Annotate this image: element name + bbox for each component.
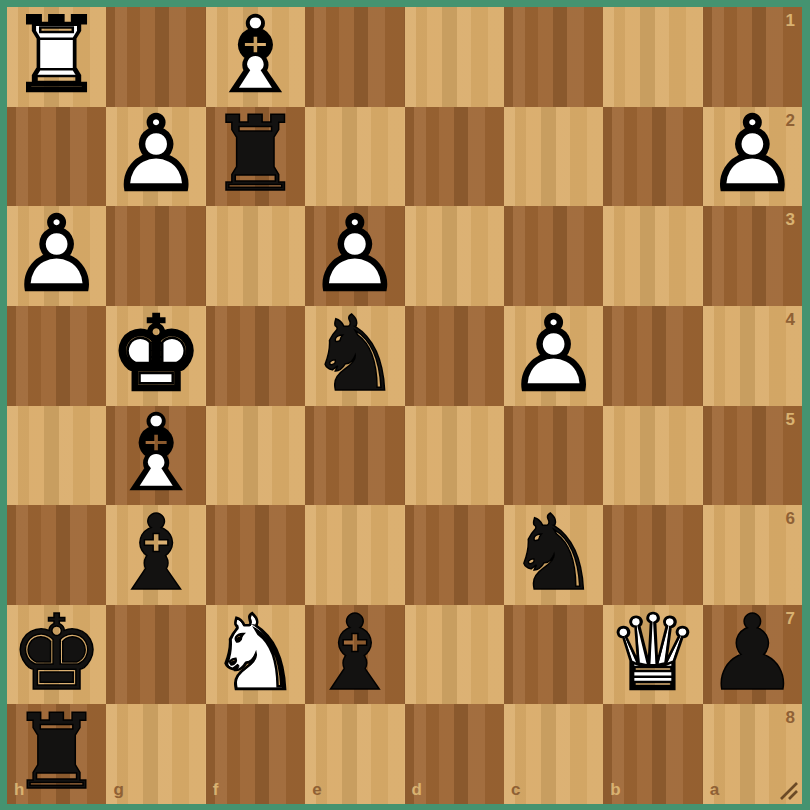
black-bishop-icon: ♝ [106,505,205,603]
file-label-d: d [412,780,422,800]
square-e5[interactable] [305,406,404,506]
square-e2[interactable] [305,107,404,207]
square-g2[interactable]: ♟♙ [106,107,205,207]
piece-black-bishop-e7[interactable]: ♝ [305,605,404,705]
square-b4[interactable] [603,306,702,406]
square-b7[interactable]: ♛♕ [603,605,702,705]
piece-white-knight-f7[interactable]: ♞♘ [206,605,305,705]
white-knight-outline-icon: ♘ [206,605,305,703]
square-a2[interactable]: ♟♙2 [703,107,802,207]
square-e8[interactable]: e [305,704,404,804]
square-h3[interactable]: ♟♙ [7,206,106,306]
square-h6[interactable] [7,505,106,605]
white-pawn-outline-icon: ♙ [106,107,205,205]
white-pawn-outline-icon: ♙ [703,107,802,205]
resize-handle-icon[interactable] [777,779,799,801]
rank-label-1: 1 [786,11,795,31]
square-e3[interactable]: ♟♙ [305,206,404,306]
black-knight-icon: ♞ [305,306,404,404]
square-f2[interactable]: ♜ [206,107,305,207]
rank-label-6: 6 [786,509,795,529]
piece-white-pawn-a2[interactable]: ♟♙ [703,107,802,207]
square-d1[interactable] [405,7,504,107]
white-pawn-icon: ♟ [106,107,205,205]
white-pawn-outline-icon: ♙ [7,206,106,304]
rank-label-5: 5 [786,410,795,430]
rank-label-4: 4 [786,310,795,330]
white-knight-icon: ♞ [206,605,305,703]
file-label-a: a [710,780,719,800]
piece-white-bishop-g5[interactable]: ♝♗ [106,406,205,506]
white-queen-outline-icon: ♕ [603,605,702,703]
square-g8[interactable]: g [106,704,205,804]
square-b5[interactable] [603,406,702,506]
white-king-icon: ♚ [106,306,205,404]
black-pawn-icon: ♟ [703,605,802,703]
piece-white-bishop-f1[interactable]: ♝♗ [206,7,305,107]
square-e1[interactable] [305,7,404,107]
white-pawn-icon: ♟ [7,206,106,304]
piece-white-queen-b7[interactable]: ♛♕ [603,605,702,705]
square-d8[interactable]: d [405,704,504,804]
white-bishop-outline-icon: ♗ [206,7,305,105]
square-f7[interactable]: ♞♘ [206,605,305,705]
board-frame: ♜♖♝♗1♟♙♜♟♙2♟♙♟♙3♚♔♞♟♙4♝♗5♝♞6♚♞♘♝♛♕♟7♜hgf… [0,0,810,810]
square-b2[interactable] [603,107,702,207]
file-label-f: f [213,780,219,800]
square-h4[interactable] [7,306,106,406]
square-b3[interactable] [603,206,702,306]
square-a6[interactable]: 6 [703,505,802,605]
square-g7[interactable] [106,605,205,705]
square-h5[interactable] [7,406,106,506]
square-c2[interactable] [504,107,603,207]
square-a1[interactable]: 1 [703,7,802,107]
square-g6[interactable]: ♝ [106,505,205,605]
piece-white-pawn-g2[interactable]: ♟♙ [106,107,205,207]
square-f6[interactable] [206,505,305,605]
white-pawn-icon: ♟ [305,206,404,304]
white-king-outline-icon: ♔ [106,306,205,404]
black-bishop-icon: ♝ [305,605,404,703]
square-c1[interactable] [504,7,603,107]
piece-white-king-g4[interactable]: ♚♔ [106,306,205,406]
square-c4[interactable]: ♟♙ [504,306,603,406]
square-d3[interactable] [405,206,504,306]
file-label-c: c [511,780,520,800]
square-a5[interactable]: 5 [703,406,802,506]
black-knight-icon: ♞ [504,505,603,603]
white-bishop-outline-icon: ♗ [106,406,205,504]
square-a4[interactable]: 4 [703,306,802,406]
rank-label-3: 3 [786,210,795,230]
square-f4[interactable] [206,306,305,406]
square-f5[interactable] [206,406,305,506]
board: ♜♖♝♗1♟♙♜♟♙2♟♙♟♙3♚♔♞♟♙4♝♗5♝♞6♚♞♘♝♛♕♟7♜hgf… [7,7,802,804]
file-label-e: e [312,780,321,800]
piece-black-knight-c6[interactable]: ♞ [504,505,603,605]
square-d6[interactable] [405,505,504,605]
black-rook-icon: ♜ [206,107,305,205]
black-rook-icon: ♜ [7,704,106,802]
square-g5[interactable]: ♝♗ [106,406,205,506]
white-pawn-icon: ♟ [703,107,802,205]
square-c8[interactable]: c [504,704,603,804]
square-g1[interactable] [106,7,205,107]
rank-label-8: 8 [786,708,795,728]
square-a8[interactable]: a8 [703,704,802,804]
piece-black-rook-f2[interactable]: ♜ [206,107,305,207]
square-f8[interactable]: f [206,704,305,804]
piece-black-knight-e4[interactable]: ♞ [305,306,404,406]
black-king-icon: ♚ [7,605,106,703]
square-h2[interactable] [7,107,106,207]
square-d7[interactable] [405,605,504,705]
square-d2[interactable] [405,107,504,207]
piece-white-rook-h1[interactable]: ♜♖ [7,7,106,107]
square-d4[interactable] [405,306,504,406]
square-c3[interactable] [504,206,603,306]
square-b1[interactable] [603,7,702,107]
piece-black-rook-h8[interactable]: ♜ [7,704,106,804]
file-label-b: b [610,780,620,800]
square-h1[interactable]: ♜♖ [7,7,106,107]
white-bishop-icon: ♝ [106,406,205,504]
square-e7[interactable]: ♝ [305,605,404,705]
piece-black-king-h7[interactable]: ♚ [7,605,106,705]
white-pawn-outline-icon: ♙ [305,206,404,304]
white-pawn-icon: ♟ [504,306,603,404]
piece-white-pawn-e3[interactable]: ♟♙ [305,206,404,306]
white-queen-icon: ♛ [603,605,702,703]
square-b6[interactable] [603,505,702,605]
white-rook-icon: ♜ [7,7,106,105]
square-d5[interactable] [405,406,504,506]
white-bishop-icon: ♝ [206,7,305,105]
square-g3[interactable] [106,206,205,306]
square-h7[interactable]: ♚ [7,605,106,705]
white-pawn-outline-icon: ♙ [504,306,603,404]
piece-black-bishop-g6[interactable]: ♝ [106,505,205,605]
square-c7[interactable] [504,605,603,705]
square-a3[interactable]: 3 [703,206,802,306]
piece-white-pawn-h3[interactable]: ♟♙ [7,206,106,306]
square-g4[interactable]: ♚♔ [106,306,205,406]
square-c6[interactable]: ♞ [504,505,603,605]
square-e4[interactable]: ♞ [305,306,404,406]
square-f1[interactable]: ♝♗ [206,7,305,107]
white-rook-outline-icon: ♖ [7,7,106,105]
square-c5[interactable] [504,406,603,506]
piece-black-pawn-a7[interactable]: ♟ [703,605,802,705]
square-h8[interactable]: ♜h [7,704,106,804]
square-f3[interactable] [206,206,305,306]
piece-white-pawn-c4[interactable]: ♟♙ [504,306,603,406]
square-b8[interactable]: b [603,704,702,804]
square-a7[interactable]: ♟7 [703,605,802,705]
file-label-g: g [113,780,123,800]
square-e6[interactable] [305,505,404,605]
